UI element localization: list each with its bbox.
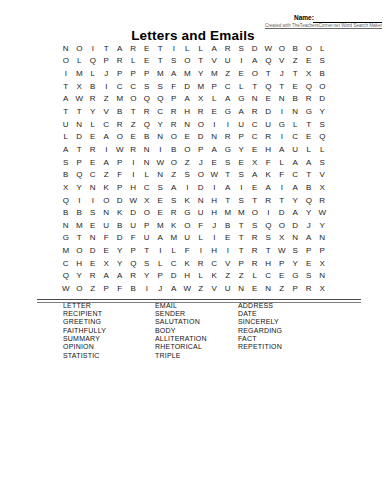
grid-cell: E — [289, 80, 303, 93]
grid-cell: B — [167, 143, 181, 156]
grid-cell: B — [113, 105, 127, 118]
grid-cell: G — [302, 105, 316, 118]
grid-cell: E — [140, 55, 154, 68]
grid-cell: U — [194, 206, 208, 219]
grid-cell: G — [289, 270, 303, 283]
grid-cell: Y — [86, 105, 100, 118]
grid-cell: A — [100, 130, 114, 143]
grid-cell: B — [127, 282, 141, 295]
grid-cell: A — [235, 105, 249, 118]
grid-cell: R — [262, 194, 276, 207]
grid-cell: C — [289, 168, 303, 181]
grid-cell: G — [181, 206, 195, 219]
grid-cell: O — [181, 219, 195, 232]
grid-cell: R — [86, 270, 100, 283]
grid-cell: U — [262, 118, 276, 131]
grid-cell: F — [127, 232, 141, 245]
grid-cell: N — [316, 232, 330, 245]
grid-cell: M — [59, 244, 73, 257]
grid-cell: L — [289, 118, 303, 131]
grid-cell: O — [113, 130, 127, 143]
grid-cell: X — [100, 257, 114, 270]
grid-cell: Y — [140, 270, 154, 283]
grid-cell: E — [208, 105, 222, 118]
grid-cell: B — [316, 67, 330, 80]
grid-cell: O — [302, 42, 316, 55]
grid-cell: D — [316, 93, 330, 106]
grid-cell: V — [221, 257, 235, 270]
grid-cell: T — [235, 232, 249, 245]
grid-cell: Q — [73, 168, 87, 181]
word-item: ADDRESS — [238, 302, 282, 310]
grid-cell: N — [208, 130, 222, 143]
grid-cell: C — [248, 130, 262, 143]
grid-cell: B — [140, 130, 154, 143]
grid-cell: C — [167, 257, 181, 270]
grid-cell: S — [140, 257, 154, 270]
grid-cell: A — [167, 181, 181, 194]
grid-cell: Y — [154, 118, 168, 131]
grid-cell: L — [194, 270, 208, 283]
grid-cell: T — [154, 55, 168, 68]
grid-cell: I — [154, 143, 168, 156]
grid-cell: P — [154, 270, 168, 283]
grid-cell: E — [100, 244, 114, 257]
grid-cell: H — [181, 105, 195, 118]
grid-cell: A — [302, 232, 316, 245]
grid-cell: Z — [127, 118, 141, 131]
grid-cell: E — [86, 257, 100, 270]
grid-cell: P — [100, 282, 114, 295]
grid-cell: B — [73, 206, 87, 219]
grid-cell: I — [140, 282, 154, 295]
grid-cell: S — [140, 80, 154, 93]
grid-cell: N — [154, 168, 168, 181]
grid-cell: H — [208, 206, 222, 219]
grid-cell: Z — [275, 282, 289, 295]
grid-cell: R — [302, 93, 316, 106]
grid-cell: R — [194, 257, 208, 270]
grid-cell: H — [208, 244, 222, 257]
grid-cell: L — [73, 55, 87, 68]
grid-cell: Q — [262, 80, 276, 93]
grid-cell: I — [235, 55, 249, 68]
grid-cell: P — [127, 244, 141, 257]
grid-cell: P — [100, 55, 114, 68]
word-item: FAITHFULLY — [63, 327, 106, 335]
grid-cell: A — [100, 270, 114, 283]
grid-cell: M — [221, 206, 235, 219]
grid-cell: P — [113, 156, 127, 169]
grid-cell: W — [154, 156, 168, 169]
grid-cell: D — [194, 181, 208, 194]
grid-cell: R — [221, 130, 235, 143]
grid-cell: N — [289, 232, 303, 245]
grid-cell: W — [59, 282, 73, 295]
grid-cell: S — [235, 168, 249, 181]
grid-cell: R — [262, 130, 276, 143]
grid-cell: M — [73, 219, 87, 232]
grid-cell: V — [208, 282, 222, 295]
grid-cell: T — [127, 105, 141, 118]
grid-cell: E — [86, 130, 100, 143]
grid-cell: N — [140, 143, 154, 156]
grid-cell: I — [167, 42, 181, 55]
grid-cell: I — [127, 156, 141, 169]
grid-cell: Q — [316, 130, 330, 143]
word-list-column-2: EMAILSENDERSALUTATIONBODYALLITERATIONRHE… — [155, 302, 207, 360]
grid-cell: I — [86, 42, 100, 55]
grid-cell: L — [181, 42, 195, 55]
word-item: FACT — [238, 335, 282, 343]
grid-cell: A — [59, 93, 73, 106]
grid-cell: L — [316, 42, 330, 55]
grid-cell: V — [100, 105, 114, 118]
grid-cell: N — [275, 93, 289, 106]
grid-cell: M — [167, 232, 181, 245]
grid-cell: S — [221, 156, 235, 169]
grid-cell: I — [181, 181, 195, 194]
grid-cell: Z — [86, 282, 100, 295]
grid-cell: N — [235, 282, 249, 295]
grid-cell: O — [127, 93, 141, 106]
grid-cell: P — [113, 181, 127, 194]
grid-cell: L — [59, 130, 73, 143]
grid-cell: A — [221, 93, 235, 106]
grid-cell: R — [86, 143, 100, 156]
grid-cell: S — [289, 244, 303, 257]
grid-cell: E — [248, 143, 262, 156]
grid-cell: W — [113, 143, 127, 156]
grid-cell: O — [73, 244, 87, 257]
grid-cell: A — [181, 93, 195, 106]
grid-cell: K — [181, 194, 195, 207]
grid-cell: J — [194, 156, 208, 169]
grid-cell: I — [86, 194, 100, 207]
grid-cell: U — [100, 219, 114, 232]
grid-cell: D — [127, 206, 141, 219]
grid-cell: K — [208, 270, 222, 283]
grid-cell: E — [140, 42, 154, 55]
grid-cell: G — [235, 93, 249, 106]
grid-cell: X — [73, 80, 87, 93]
grid-cell: R — [248, 257, 262, 270]
word-item: ALLITERATION — [155, 335, 207, 343]
grid-cell: C — [154, 105, 168, 118]
grid-cell: I — [235, 181, 249, 194]
grid-cell: S — [316, 55, 330, 68]
grid-cell: F — [100, 232, 114, 245]
grid-cell: T — [194, 55, 208, 68]
grid-cell: R — [113, 118, 127, 131]
grid-cell: L — [235, 80, 249, 93]
grid-cell: P — [275, 257, 289, 270]
grid-cell: P — [208, 80, 222, 93]
grid-cell: E — [86, 156, 100, 169]
grid-cell: Z — [100, 93, 114, 106]
grid-cell: T — [302, 118, 316, 131]
grid-cell: N — [59, 42, 73, 55]
grid-cell: D — [167, 270, 181, 283]
grid-cell: P — [302, 244, 316, 257]
grid-cell: M — [154, 67, 168, 80]
grid-cell: O — [100, 194, 114, 207]
grid-cell: R — [167, 105, 181, 118]
grid-cell: I — [154, 244, 168, 257]
grid-cell: Y — [289, 194, 303, 207]
grid-cell: C — [289, 130, 303, 143]
grid-cell: A — [289, 181, 303, 194]
grid-cell: X — [302, 67, 316, 80]
grid-cell: Y — [194, 67, 208, 80]
grid-cell: T — [59, 80, 73, 93]
grid-cell: C — [59, 257, 73, 270]
grid-cell: M — [154, 219, 168, 232]
grid-cell: I — [221, 118, 235, 131]
grid-cell: P — [194, 143, 208, 156]
grid-cell: W — [316, 206, 330, 219]
grid-cell: R — [248, 105, 262, 118]
grid-cell: N — [86, 232, 100, 245]
grid-cell: E — [154, 206, 168, 219]
grid-cell: I — [194, 244, 208, 257]
grid-cell: S — [235, 194, 249, 207]
grid-cell: E — [127, 130, 141, 143]
grid-cell: N — [59, 219, 73, 232]
grid-cell: L — [154, 257, 168, 270]
grid-cell: R — [194, 105, 208, 118]
grid-cell: Z — [235, 270, 249, 283]
grid-cell: N — [154, 130, 168, 143]
grid-cell: O — [248, 206, 262, 219]
grid-cell: T — [262, 244, 276, 257]
grid-cell: I — [262, 206, 276, 219]
grid-cell: O — [59, 55, 73, 68]
grid-cell: E — [181, 130, 195, 143]
grid-cell: R — [140, 105, 154, 118]
grid-cell: Y — [316, 105, 330, 118]
grid-cell: B — [289, 93, 303, 106]
grid-cell: C — [100, 118, 114, 131]
grid-cell: M — [113, 93, 127, 106]
grid-cell: W — [73, 93, 87, 106]
grid-cell: F — [194, 219, 208, 232]
grid-cell: S — [248, 219, 262, 232]
grid-cell: R — [316, 194, 330, 207]
grid-cell: E — [302, 55, 316, 68]
grid-cell: Q — [140, 93, 154, 106]
grid-cell: B — [86, 80, 100, 93]
grid-cell: K — [262, 168, 276, 181]
grid-cell: S — [167, 194, 181, 207]
grid-cell: V — [208, 55, 222, 68]
grid-cell: D — [113, 194, 127, 207]
grid-cell: S — [302, 270, 316, 283]
grid-cell: F — [262, 156, 276, 169]
grid-cell: Y — [235, 143, 249, 156]
grid-cell: N — [181, 118, 195, 131]
grid-cell: J — [302, 219, 316, 232]
grid-cell: E — [302, 257, 316, 270]
grid-cell: N — [194, 194, 208, 207]
grid-cell: O — [140, 206, 154, 219]
grid-cell: T — [140, 244, 154, 257]
grid-cell: D — [262, 105, 276, 118]
grid-cell: I — [208, 232, 222, 245]
grid-cell: T — [275, 80, 289, 93]
grid-cell: A — [113, 42, 127, 55]
grid-cell: R — [248, 232, 262, 245]
grid-cell: E — [248, 282, 262, 295]
grid-cell: E — [86, 219, 100, 232]
grid-cell: E — [262, 93, 276, 106]
grid-cell: B — [59, 168, 73, 181]
grid-cell: U — [221, 55, 235, 68]
grid-cell: I — [221, 244, 235, 257]
word-item: LETTER — [63, 302, 106, 310]
grid-cell: T — [248, 194, 262, 207]
grid-cell: F — [113, 168, 127, 181]
grid-cell: N — [248, 93, 262, 106]
grid-cell: F — [113, 282, 127, 295]
grid-cell: I — [100, 143, 114, 156]
grid-cell: L — [86, 67, 100, 80]
grid-cell: A — [208, 143, 222, 156]
grid-cell: X — [140, 194, 154, 207]
grid-cell: D — [86, 244, 100, 257]
grid-cell: O — [316, 80, 330, 93]
grid-cell: A — [154, 232, 168, 245]
grid-cell: T — [59, 105, 73, 118]
grid-cell: Z — [167, 168, 181, 181]
word-item: STATISTIC — [63, 352, 106, 360]
grid-cell: U — [181, 232, 195, 245]
grid-cell: D — [181, 80, 195, 93]
word-item: RECIPIENT — [63, 310, 106, 318]
grid-cell: L — [140, 168, 154, 181]
grid-cell: D — [275, 206, 289, 219]
puzzle-title: Letters and Emails — [0, 28, 386, 43]
grid-cell: I — [275, 181, 289, 194]
grid-cell: C — [140, 181, 154, 194]
grid-cell: O — [194, 118, 208, 131]
grid-cell: R — [221, 42, 235, 55]
grid-cell: A — [275, 143, 289, 156]
grid-cell: I — [275, 130, 289, 143]
grid-cell: S — [167, 55, 181, 68]
grid-cell: R — [127, 143, 141, 156]
grid-cell: Z — [194, 282, 208, 295]
grid-cell: Y — [73, 270, 87, 283]
grid-cell: W — [262, 42, 276, 55]
grid-cell: B — [289, 42, 303, 55]
grid-cell: Q — [127, 257, 141, 270]
grid-cell: U — [140, 232, 154, 245]
grid-cell: E — [154, 194, 168, 207]
grid-cell: O — [194, 168, 208, 181]
grid-cell: X — [275, 232, 289, 245]
grid-cell: C — [248, 118, 262, 131]
grid-cell: U — [127, 219, 141, 232]
grid-cell: T — [262, 67, 276, 80]
grid-cell: A — [262, 181, 276, 194]
grid-cell: A — [167, 67, 181, 80]
grid-cell: B — [302, 181, 316, 194]
grid-cell: I — [208, 181, 222, 194]
grid-cell: X — [59, 181, 73, 194]
grid-cell: T — [248, 80, 262, 93]
grid-cell: R — [127, 270, 141, 283]
grid-cell: Y — [302, 206, 316, 219]
grid-cell: R — [127, 42, 141, 55]
grid-cell: Q — [86, 55, 100, 68]
grid-cell: G — [221, 105, 235, 118]
grid-cell: U — [221, 282, 235, 295]
grid-cell: C — [113, 80, 127, 93]
grid-cell: L — [86, 118, 100, 131]
grid-cell: O — [167, 156, 181, 169]
grid-cell: I — [127, 168, 141, 181]
grid-cell: T — [235, 244, 249, 257]
grid-cell: N — [86, 181, 100, 194]
grid-cell: N — [73, 118, 87, 131]
grid-cell: P — [127, 67, 141, 80]
grid-cell: S — [86, 206, 100, 219]
grid-cell: Q — [302, 80, 316, 93]
grid-cell: S — [316, 118, 330, 131]
grid-cell: J — [275, 67, 289, 80]
grid-cell: A — [302, 156, 316, 169]
grid-cell: U — [59, 118, 73, 131]
grid-cell: R — [86, 93, 100, 106]
word-item: REGARDING — [238, 327, 282, 335]
word-item: GREETING — [63, 318, 106, 326]
grid-cell: G — [275, 118, 289, 131]
grid-cell: C — [221, 80, 235, 93]
grid-cell: S — [316, 156, 330, 169]
grid-cell: O — [275, 42, 289, 55]
grid-cell: A — [221, 181, 235, 194]
grid-cell: O — [181, 55, 195, 68]
grid-cell: L — [275, 156, 289, 169]
grid-cell: L — [208, 93, 222, 106]
grid-cell: Q — [59, 270, 73, 283]
grid-cell: F — [167, 80, 181, 93]
grid-cell: Y — [113, 244, 127, 257]
grid-cell: C — [86, 168, 100, 181]
grid-cell: T — [235, 219, 249, 232]
grid-cell: X — [316, 282, 330, 295]
grid-cell: R — [302, 282, 316, 295]
grid-cell: Z — [289, 55, 303, 68]
grid-cell: I — [208, 118, 222, 131]
word-item: OPINION — [63, 343, 106, 351]
grid-cell: J — [154, 282, 168, 295]
grid-cell: A — [248, 55, 262, 68]
grid-cell: Q — [302, 194, 316, 207]
grid-cell: R — [167, 206, 181, 219]
grid-cell: W — [127, 194, 141, 207]
grid-cell: N — [289, 105, 303, 118]
grid-cell: K — [167, 219, 181, 232]
grid-cell: S — [262, 232, 276, 245]
grid-cell: V — [316, 168, 330, 181]
credit-text: Created with TheTeachersCorner.net Word … — [265, 23, 382, 28]
grid-cell: P — [167, 93, 181, 106]
grid-cell: L — [167, 244, 181, 257]
grid-cell: H — [127, 181, 141, 194]
grid-cell: E — [248, 181, 262, 194]
